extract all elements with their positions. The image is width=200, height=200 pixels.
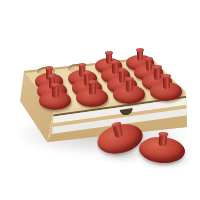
disc-knob <box>126 79 133 92</box>
scene <box>0 0 200 200</box>
disc-knob <box>163 76 170 89</box>
disc-knob <box>137 50 143 61</box>
disc-knob <box>52 85 59 98</box>
disc-knob <box>158 134 167 147</box>
loose-disc-right[interactable] <box>138 135 186 165</box>
disc-knob <box>119 70 126 82</box>
board-disc-r4c4[interactable] <box>150 82 182 101</box>
disc-knob <box>112 62 118 74</box>
board-disc-r4c1[interactable] <box>39 91 71 110</box>
disc-knob <box>154 67 161 79</box>
disc-knob <box>89 82 96 95</box>
disc-knob <box>146 59 152 71</box>
board-disc-r4c2[interactable] <box>76 88 108 107</box>
board-disc-r4c3[interactable] <box>113 85 145 104</box>
